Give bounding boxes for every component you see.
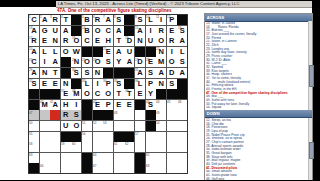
cell-15-10[interactable] [124, 163, 134, 173]
cell-10-9[interactable]: 48 [114, 110, 124, 120]
cell-3-14[interactable]: R [167, 36, 177, 46]
cell-5-14[interactable]: O [167, 57, 177, 67]
down-clue-39[interactable]: 39. Mall regular, maybe [206, 158, 308, 162]
cell-letter: A [114, 47, 124, 57]
down-clue-19[interactable]: 19. Lipa of pop [206, 129, 308, 133]
cell-15-12[interactable]: 68 [146, 163, 156, 173]
cell-13-10[interactable]: 62 [124, 142, 134, 152]
black-cell-6-10 [124, 68, 134, 78]
cell-2-7[interactable]: O [93, 26, 103, 36]
cell-15-8[interactable] [103, 163, 113, 173]
cell-12-3[interactable] [50, 132, 60, 142]
cell-11-2[interactable] [40, 121, 50, 131]
cell-14-5[interactable] [71, 153, 81, 163]
cell-10-4[interactable]: R [61, 110, 71, 120]
cell-15-15[interactable] [177, 163, 187, 173]
cell-2-1[interactable]: 13A [29, 26, 39, 36]
cell-2-6[interactable]: 14B [82, 26, 92, 36]
cell-number: 14 [82, 26, 85, 29]
cell-8-4[interactable]: 37E [61, 89, 71, 99]
down-scrollbar-thumb[interactable] [309, 142, 314, 159]
cell-14-13[interactable] [156, 153, 166, 163]
cell-letter: D [167, 68, 177, 78]
cell-7-2[interactable]: E [40, 79, 50, 89]
cell-5-13[interactable]: M [156, 57, 166, 67]
cell-15-9[interactable] [114, 163, 124, 173]
cell-number: 35 [114, 79, 117, 82]
black-cell-1-15 [177, 15, 187, 25]
cell-2-12[interactable]: I [146, 26, 156, 36]
cell-5-11[interactable]: 27D [135, 57, 145, 67]
across-clue-items: 13. Water, in Juárez14. ___ Raton, Flori… [206, 21, 308, 109]
cell-number: 67 [93, 164, 96, 167]
cell-15-13[interactable] [156, 163, 166, 173]
cell-3-6[interactable]: C [82, 36, 92, 46]
cell-letter: O [82, 89, 92, 99]
cell-15-5[interactable] [71, 163, 81, 173]
cell-3-1[interactable]: 17R [29, 36, 39, 46]
black-cell-1-5 [71, 15, 81, 25]
cell-3-9[interactable]: T [114, 36, 124, 46]
cell-5-5[interactable]: 24N [71, 57, 81, 67]
cell-2-14[interactable]: E [167, 26, 177, 36]
cell-10-14[interactable] [167, 110, 177, 120]
cell-8-6[interactable]: O [82, 89, 92, 99]
cell-11-1[interactable]: 50 [29, 121, 39, 131]
cell-13-11[interactable] [135, 142, 145, 152]
cell-letter: E [40, 36, 50, 46]
cell-9-8[interactable]: P [103, 100, 113, 110]
cell-9-4[interactable]: H [61, 100, 71, 110]
cell-12-14[interactable] [167, 132, 177, 142]
black-cell-8-2 [40, 89, 50, 99]
cell-10-1[interactable]: 47 [29, 110, 39, 120]
cell-11-4[interactable]: U [61, 121, 71, 131]
cell-14-8[interactable] [103, 153, 113, 163]
cell-13-4[interactable]: 59 [61, 142, 71, 152]
cell-8-8[interactable]: O [103, 89, 113, 99]
cell-letter: A [61, 26, 71, 36]
cell-7-1[interactable]: 32S [29, 79, 39, 89]
cell-6-5[interactable]: 30S [71, 68, 81, 78]
cell-14-3[interactable] [50, 153, 60, 163]
cell-3-15[interactable]: A [177, 36, 187, 46]
cell-2-15[interactable]: 16S [177, 26, 187, 36]
cell-9-12[interactable]: 43S [146, 100, 156, 110]
down-clue-35[interactable]: 35. Great bargain [206, 151, 308, 155]
cell-number: 21 [103, 47, 106, 50]
cell-letter: R [50, 15, 60, 25]
cell-number: 66 [40, 164, 43, 167]
cell-15-3[interactable] [50, 163, 60, 173]
cell-4-14[interactable]: I [167, 47, 177, 57]
down-clue-44[interactable]: 44. Small amount [206, 169, 308, 173]
cell-letter: C [103, 26, 113, 36]
cell-4-10[interactable]: U [124, 47, 134, 57]
cell-number: 53 [103, 121, 106, 124]
black-cell-12-10 [124, 132, 134, 142]
cell-15-7[interactable]: 67 [93, 163, 103, 173]
down-clue-16[interactable]: 16. Chip dip [206, 121, 308, 125]
cell-4-2[interactable]: L [40, 47, 50, 57]
cell-letter: M [156, 57, 166, 67]
black-cell-4-12 [146, 47, 156, 57]
cell-letter: O [167, 57, 177, 67]
cell-10-11[interactable] [135, 110, 145, 120]
cell-number: 11 [156, 15, 159, 18]
cell-number: 8 [114, 15, 116, 18]
cell-1-1[interactable]: 1C [29, 15, 39, 25]
cell-5-2[interactable]: I [40, 57, 50, 67]
cell-letter: U [50, 26, 60, 36]
cell-10-5[interactable]: S [71, 110, 81, 120]
cell-1-2[interactable]: 2A [40, 15, 50, 25]
cell-5-7[interactable]: 26O [93, 57, 103, 67]
cell-6-7[interactable]: N [93, 68, 103, 78]
cell-number: 55 [29, 132, 32, 135]
cell-number: 62 [125, 142, 128, 145]
black-cell-4-6 [82, 47, 92, 57]
cell-letter: S [71, 110, 81, 120]
cell-6-11[interactable]: 31A [135, 68, 145, 78]
cell-6-3[interactable]: T [50, 68, 60, 78]
cell-letter: S [146, 68, 156, 78]
cell-number: 30 [72, 68, 75, 71]
black-cell-7-5 [71, 79, 81, 89]
cell-9-2[interactable]: 40M [40, 100, 50, 110]
cell-2-13[interactable]: R [156, 26, 166, 36]
cell-letter: W [71, 47, 81, 57]
cell-5-10[interactable]: A [124, 57, 134, 67]
cell-9-15[interactable]: 46 [177, 100, 187, 110]
cell-number: 23 [29, 58, 32, 61]
cell-number: 27 [135, 58, 138, 61]
down-clue-41[interactable]: 41. Decorated pilots [206, 165, 308, 169]
cell-12-13[interactable] [156, 132, 166, 142]
cell-number: 65 [146, 153, 149, 156]
cell-3-3[interactable]: N [50, 36, 60, 46]
down-clue-18[interactable]: 18. Possesses [206, 125, 308, 129]
cell-12-8[interactable] [103, 132, 113, 142]
cell-number: 49 [156, 111, 159, 114]
cell-number: 58 [29, 142, 32, 145]
cell-letter: A [177, 68, 187, 78]
cell-11-5[interactable]: O [71, 121, 81, 131]
down-clue-list[interactable]: 12. Steep, as tea16. Chip dip18. Possess… [206, 118, 308, 181]
cell-13-12[interactable] [146, 142, 156, 152]
cell-number: 63 [29, 153, 32, 156]
cell-9-9[interactable]: E [114, 100, 124, 110]
cell-letter: I [146, 26, 156, 36]
cell-11-10[interactable] [124, 121, 134, 131]
cell-4-13[interactable]: 22N [156, 47, 166, 57]
black-cell-8-15 [177, 89, 187, 99]
cell-number: 19 [125, 36, 128, 39]
cell-letter: N [156, 79, 166, 89]
cell-4-5[interactable]: W [71, 47, 81, 57]
down-clue-38[interactable]: 38. Soup with tofu [206, 154, 308, 158]
cell-2-8[interactable]: C [103, 26, 113, 36]
across-clue-list[interactable]: 13. Water, in Juárez14. ___ Raton, Flori… [206, 21, 308, 110]
cell-3-12[interactable]: U [146, 36, 156, 46]
puzzle-grid: 1C2A3R4T5B6R7A8S9S10L11I12P13AGUA14BOCA1… [28, 14, 188, 174]
cell-13-2[interactable] [40, 142, 50, 152]
black-cell-9-11 [135, 100, 145, 110]
down-clue-28[interactable]: 28. Annual sports awards [206, 143, 308, 147]
cell-number: 39 [125, 89, 128, 92]
cell-letter: I [93, 79, 103, 89]
cell-6-12[interactable]: S [146, 68, 156, 78]
clue-panel: ACROSS 13. Water, in Juárez14. ___ Raton… [204, 13, 313, 180]
cell-3-13[interactable]: O [156, 36, 166, 46]
cell-7-9[interactable]: 35S [114, 79, 124, 89]
cell-14-12[interactable]: 65 [146, 153, 156, 163]
cell-7-8[interactable]: 34P [103, 79, 113, 89]
cell-14-1[interactable]: 63 [29, 153, 39, 163]
cell-11-7[interactable]: 52 [93, 121, 103, 131]
cell-15-14[interactable] [167, 163, 177, 173]
cell-3-5[interactable]: 18O [71, 36, 81, 46]
cell-5-9[interactable]: Y [114, 57, 124, 67]
black-cell-8-14 [167, 89, 177, 99]
cell-4-4[interactable]: O [61, 47, 71, 57]
cell-3-7[interactable]: E [93, 36, 103, 46]
down-header-label: DOWN [205, 110, 311, 116]
cell-10-3[interactable] [50, 110, 60, 120]
cell-13-14[interactable] [167, 142, 177, 152]
cell-4-15[interactable]: L [177, 47, 187, 57]
cell-9-3[interactable]: 41A [50, 100, 60, 110]
black-cell-10-7 [93, 110, 103, 120]
cell-3-10[interactable]: 19D [124, 36, 134, 46]
cell-13-1[interactable]: 58 [29, 142, 39, 152]
cell-1-4[interactable]: 4T [61, 15, 71, 25]
cell-10-10[interactable] [124, 110, 134, 120]
cell-6-6[interactable]: S [82, 68, 92, 78]
cell-13-7[interactable] [93, 142, 103, 152]
cell-letter: E [124, 100, 134, 110]
cell-number: 15 [135, 26, 138, 29]
cell-number: 6 [93, 15, 95, 18]
cell-letter: S [167, 79, 177, 89]
black-cell-2-5 [71, 26, 81, 36]
cell-10-13[interactable]: 49 [156, 110, 166, 120]
cell-8-5[interactable]: 38M [71, 89, 81, 99]
cell-6-15[interactable]: A [177, 68, 187, 78]
cell-9-10[interactable]: E [124, 100, 134, 110]
down-clue-27[interactable]: 27. Chip's cartoon partner [206, 140, 308, 144]
cell-8-9[interactable]: T [114, 89, 124, 99]
black-cell-10-12 [146, 110, 156, 120]
cell-number: 31 [135, 68, 138, 71]
cell-12-1[interactable]: 55 [29, 132, 39, 142]
cell-7-6[interactable]: 33L [82, 79, 92, 89]
cell-letter: R [61, 36, 71, 46]
cell-15-4[interactable] [61, 163, 71, 173]
cell-13-3[interactable] [50, 142, 60, 152]
cell-5-15[interactable]: S [177, 57, 187, 67]
down-scrollbar[interactable] [308, 118, 313, 181]
cell-13-8[interactable] [103, 142, 113, 152]
cell-14-7[interactable]: 64 [93, 153, 103, 163]
cell-9-5[interactable]: I [71, 100, 81, 110]
cell-letter: U [61, 121, 71, 131]
cell-12-12[interactable] [146, 132, 156, 142]
cell-5-1[interactable]: 23C [29, 57, 39, 67]
cell-4-9[interactable]: A [114, 47, 124, 57]
cell-number: 20 [29, 47, 32, 50]
cell-letter: A [156, 68, 166, 78]
down-clue-40[interactable]: 40. Deli jar contents [206, 162, 308, 166]
cell-letter: N [40, 68, 50, 78]
cell-3-4[interactable]: R [61, 36, 71, 46]
down-clue-25[interactable]: 25. Nobel Peace Prize city [206, 132, 308, 136]
cell-12-15[interactable] [177, 132, 187, 142]
cell-1-3[interactable]: 3R [50, 15, 60, 25]
cell-letter: E [135, 89, 145, 99]
cell-13-9[interactable]: 61 [114, 142, 124, 152]
cell-2-9[interactable]: A [114, 26, 124, 36]
cell-11-13[interactable]: 54 [156, 121, 166, 131]
across-header-label: ACROSS [205, 14, 311, 20]
cell-5-8[interactable]: S [103, 57, 113, 67]
cell-11-3[interactable] [50, 121, 60, 131]
down-clue-12[interactable]: 12. Steep, as tea [206, 118, 308, 122]
cell-letter: C [82, 36, 92, 46]
cell-12-7[interactable] [93, 132, 103, 142]
cell-13-5[interactable]: 60 [71, 142, 81, 152]
cell-9-7[interactable]: 42E [93, 100, 103, 110]
cell-letter: O [71, 121, 81, 131]
cell-5-6[interactable]: 25O [82, 57, 92, 67]
down-clue-45[interactable]: 45. Sushi-grade tuna [206, 173, 308, 177]
cell-1-6[interactable]: 5B [82, 15, 92, 25]
cell-letter: T [50, 68, 60, 78]
cell-number: 9 [135, 15, 137, 18]
cell-letter: L [177, 47, 187, 57]
cell-9-14[interactable]: 45 [167, 100, 177, 110]
cell-11-14[interactable] [167, 121, 177, 131]
black-cell-10-8 [103, 110, 113, 120]
cell-6-13[interactable]: A [156, 68, 166, 78]
cell-14-9[interactable] [114, 153, 124, 163]
cell-2-11[interactable]: 15A [135, 26, 145, 36]
cell-number: 29 [29, 68, 32, 71]
cell-11-11[interactable] [135, 121, 145, 131]
cell-11-6[interactable]: 51 [82, 121, 92, 131]
cell-8-10[interactable]: 39T [124, 89, 134, 99]
cell-letter: A [50, 57, 60, 67]
cell-3-8[interactable]: H [103, 36, 113, 46]
cell-1-14[interactable]: 12P [167, 15, 177, 25]
cell-letter: T [114, 36, 124, 46]
cell-12-6[interactable]: 56 [82, 132, 92, 142]
across-scrollbar[interactable] [308, 21, 313, 110]
cell-7-3[interactable]: E [50, 79, 60, 89]
cell-14-10[interactable] [124, 153, 134, 163]
cell-7-11[interactable]: 36L [135, 79, 145, 89]
cell-1-8[interactable]: 7A [103, 15, 113, 25]
cell-letter: I [71, 100, 81, 110]
cell-7-13[interactable]: N [156, 79, 166, 89]
cell-12-2[interactable] [40, 132, 50, 142]
cell-7-14[interactable]: S [167, 79, 177, 89]
down-clue-46[interactable]: 46. Golf peg [206, 176, 308, 180]
cell-number: 50 [29, 121, 32, 124]
cell-2-4[interactable]: A [61, 26, 71, 36]
cell-14-14[interactable] [167, 153, 177, 163]
cell-letter: H [103, 36, 113, 46]
cell-7-7[interactable]: I [93, 79, 103, 89]
cell-number: 51 [82, 121, 85, 124]
cell-11-8[interactable]: 53 [103, 121, 113, 131]
cell-4-1[interactable]: 20A [29, 47, 39, 57]
cell-8-12[interactable]: Y [146, 89, 156, 99]
cell-1-7[interactable]: 6R [93, 15, 103, 25]
cell-13-15[interactable] [177, 142, 187, 152]
cell-6-1[interactable]: 29A [29, 68, 39, 78]
cell-13-6[interactable] [82, 142, 92, 152]
cell-letter: Y [114, 57, 124, 67]
cell-6-14[interactable]: D [167, 68, 177, 78]
cell-14-15[interactable] [177, 153, 187, 163]
cell-number: 61 [114, 142, 117, 145]
cell-4-8[interactable]: 21E [103, 47, 113, 57]
cell-13-13[interactable] [156, 142, 166, 152]
across-clue-54[interactable]: 54. Squad [206, 106, 308, 110]
cell-1-12[interactable]: 10L [146, 15, 156, 25]
cell-10-2[interactable] [40, 110, 50, 120]
cell-5-3[interactable]: A [50, 57, 60, 67]
cell-3-2[interactable]: E [40, 36, 50, 46]
cell-2-3[interactable]: U [50, 26, 60, 36]
cell-letter: L [40, 47, 50, 57]
cell-number: 4 [61, 15, 63, 18]
black-cell-2-10 [124, 26, 134, 36]
cell-11-9[interactable] [114, 121, 124, 131]
cell-number: 41 [50, 100, 53, 103]
cell-3-11[interactable]: N [135, 36, 145, 46]
cell-1-9[interactable]: 8S [114, 15, 124, 25]
cell-5-12[interactable]: 28E [146, 57, 156, 67]
cell-7-4[interactable]: N [61, 79, 71, 89]
cell-letter: E [167, 26, 177, 36]
cell-7-12[interactable]: P [146, 79, 156, 89]
cell-letter: U [124, 47, 134, 57]
cell-1-13[interactable]: 11I [156, 15, 166, 25]
down-clue-26[interactable]: 26. Shelved, so to speak [206, 136, 308, 140]
cell-8-7[interactable]: C [93, 89, 103, 99]
cell-12-11[interactable]: 57 [135, 132, 145, 142]
down-clue-34[interactable]: 34. Soda fountain order [206, 147, 308, 151]
cell-number: 24 [72, 58, 75, 61]
cell-9-13[interactable]: 44 [156, 100, 166, 110]
cell-14-4[interactable] [61, 153, 71, 163]
cell-2-2[interactable]: G [40, 26, 50, 36]
cell-1-11[interactable]: 9S [135, 15, 145, 25]
black-cell-15-11 [135, 163, 145, 173]
cell-14-2[interactable] [40, 153, 50, 163]
black-cell-4-11 [135, 47, 145, 57]
cell-6-2[interactable]: N [40, 68, 50, 78]
cell-10-15[interactable] [177, 110, 187, 120]
down-header: DOWN [205, 110, 312, 118]
cell-15-2[interactable]: 66 [40, 163, 50, 173]
cell-8-11[interactable]: E [135, 89, 145, 99]
cell-4-3[interactable]: L [50, 47, 60, 57]
cell-11-15[interactable] [177, 121, 187, 131]
across-scrollbar-thumb[interactable] [309, 65, 314, 87]
